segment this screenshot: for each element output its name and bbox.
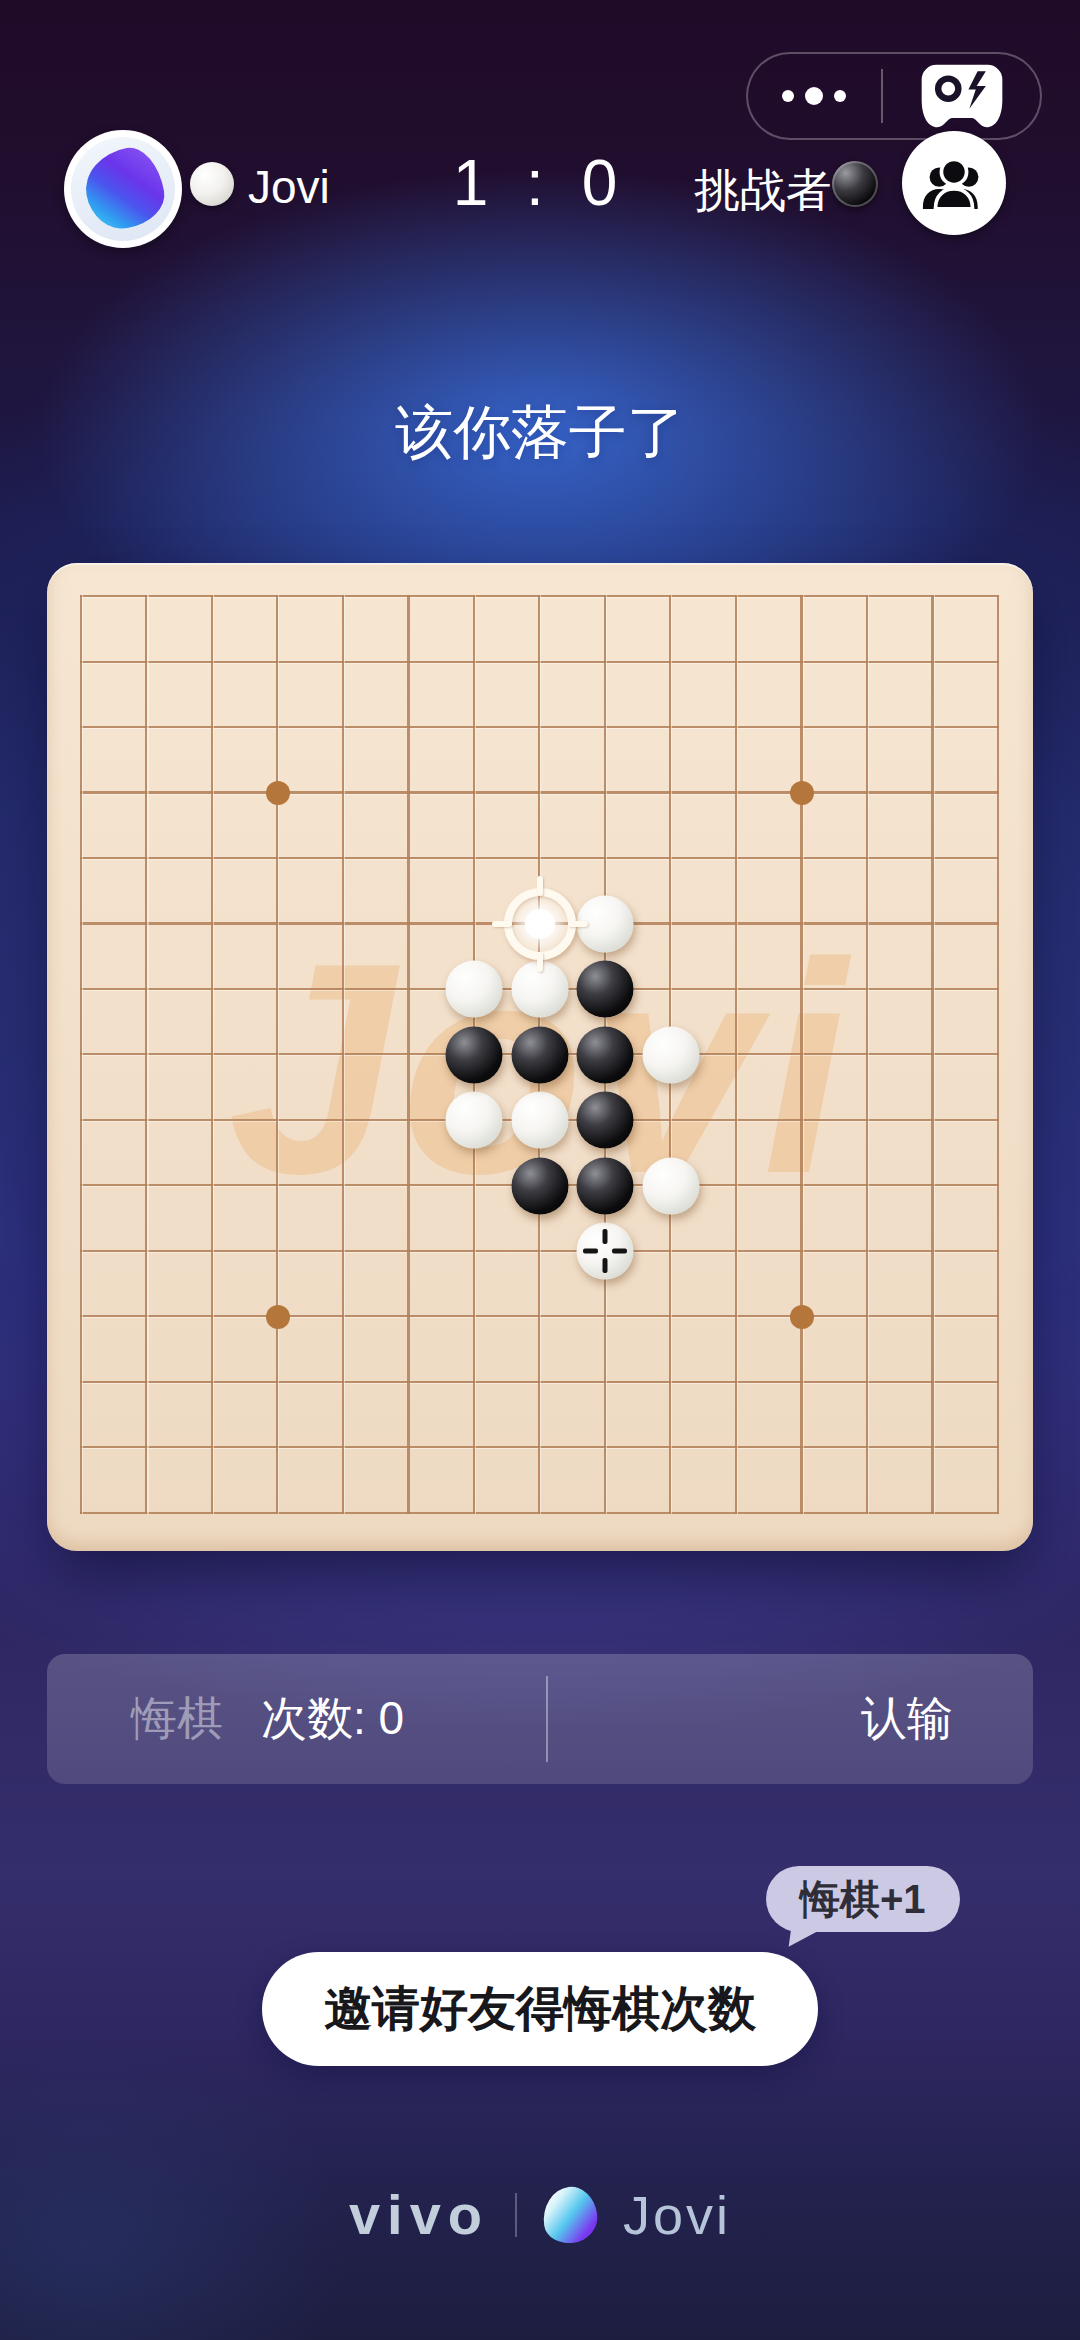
footer-divider bbox=[515, 2193, 517, 2237]
board-grid[interactable] bbox=[80, 595, 999, 1514]
capsule-divider bbox=[881, 69, 883, 123]
gomoku-board[interactable]: Jovi bbox=[47, 563, 1033, 1551]
last-move-crosshair-marker bbox=[582, 1228, 628, 1274]
vivo-logo: vivo bbox=[349, 2182, 489, 2247]
gamepad-icon[interactable] bbox=[918, 60, 1006, 132]
challenger-avatar[interactable] bbox=[902, 131, 1006, 235]
star-point bbox=[266, 781, 290, 805]
stone-black bbox=[577, 1092, 634, 1149]
jovi-wordmark: Jovi bbox=[623, 2184, 731, 2246]
tooltip-text: 悔棋+1 bbox=[800, 1872, 926, 1927]
game-screen: Jovi 1 : 0 挑战者 该你落子了 Jovi 悔棋 次数: 0 认输 悔棋… bbox=[0, 0, 1080, 2340]
miniapp-capsule bbox=[746, 52, 1042, 140]
tooltip-tail bbox=[789, 1925, 822, 1951]
resign-button[interactable]: 认输 bbox=[861, 1688, 953, 1750]
stone-white bbox=[642, 1026, 699, 1083]
star-point bbox=[790, 1305, 814, 1329]
more-icon[interactable] bbox=[782, 87, 846, 105]
jovi-logo-icon bbox=[539, 2183, 600, 2246]
undo-reward-tooltip: 悔棋+1 bbox=[766, 1866, 960, 1932]
footer-brand: vivo Jovi bbox=[0, 2182, 1080, 2247]
people-icon bbox=[917, 146, 991, 220]
stone-black bbox=[511, 1157, 568, 1214]
right-player-name: 挑战者 bbox=[694, 160, 832, 222]
black-stone-indicator bbox=[832, 161, 878, 207]
stone-white bbox=[511, 1092, 568, 1149]
stone-black bbox=[446, 1026, 503, 1083]
undo-button[interactable]: 悔棋 bbox=[131, 1688, 223, 1750]
action-bar: 悔棋 次数: 0 认输 bbox=[47, 1654, 1033, 1784]
star-point bbox=[266, 1305, 290, 1329]
undo-count: 次数: 0 bbox=[261, 1688, 404, 1750]
stone-white bbox=[446, 1092, 503, 1149]
stone-black bbox=[577, 1026, 634, 1083]
stone-black bbox=[511, 1026, 568, 1083]
action-bar-divider bbox=[546, 1676, 548, 1762]
turn-prompt: 该你落子了 bbox=[0, 394, 1080, 472]
star-point bbox=[790, 781, 814, 805]
target-reticle-marker bbox=[492, 876, 588, 972]
stone-white bbox=[642, 1157, 699, 1214]
stone-black bbox=[577, 1157, 634, 1214]
invite-friends-button[interactable]: 邀请好友得悔棋次数 bbox=[262, 1952, 818, 2066]
